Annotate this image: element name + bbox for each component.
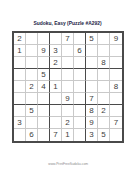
sudoku-page: Sudoku, Easy (Puzzle #A292) 275919362852… — [0, 0, 136, 176]
cell-r8c3 — [38, 117, 50, 129]
cell-r4c5 — [62, 69, 74, 81]
cell-r2c2 — [26, 45, 38, 57]
cell-r8c2 — [26, 117, 38, 129]
cell-r4c4 — [50, 69, 62, 81]
cell-r9c7: 3 — [86, 129, 98, 141]
cell-r3c5 — [62, 57, 74, 69]
cell-r5c7 — [86, 81, 98, 93]
cell-r5c2: 2 — [26, 81, 38, 93]
cell-r6c6 — [74, 93, 86, 105]
cell-r5c8 — [98, 81, 110, 93]
cell-r8c4 — [50, 117, 62, 129]
cell-r1c3 — [38, 33, 50, 45]
cell-r9c4: 7 — [50, 129, 62, 141]
cell-r5c3: 4 — [38, 81, 50, 93]
cell-r3c8: 8 — [98, 57, 110, 69]
cell-r4c9 — [110, 69, 122, 81]
cell-r9c1 — [14, 129, 26, 141]
sudoku-board: 27591936285241897582329767135 — [12, 31, 124, 143]
cell-r9c9 — [110, 129, 122, 141]
cell-r8c8 — [98, 117, 110, 129]
cell-r2c9 — [110, 45, 122, 57]
cell-r6c2 — [26, 93, 38, 105]
cell-r8c1: 3 — [14, 117, 26, 129]
cell-r5c9: 8 — [110, 81, 122, 93]
cell-r1c6 — [74, 33, 86, 45]
cell-r2c5 — [62, 45, 74, 57]
cell-r8c5: 2 — [62, 117, 74, 129]
cell-r7c1 — [14, 105, 26, 117]
cell-r4c2 — [26, 69, 38, 81]
cell-r3c6 — [74, 57, 86, 69]
cell-r8c6 — [74, 117, 86, 129]
cell-r7c5 — [62, 105, 74, 117]
cell-r4c1 — [14, 69, 26, 81]
cell-r4c6 — [74, 69, 86, 81]
cell-r2c4: 3 — [50, 45, 62, 57]
cell-r9c3 — [38, 129, 50, 141]
cell-r7c4 — [50, 105, 62, 117]
cell-r2c3: 9 — [38, 45, 50, 57]
cell-r7c6 — [74, 105, 86, 117]
cell-r5c4: 1 — [50, 81, 62, 93]
cell-r1c2 — [26, 33, 38, 45]
cell-r6c9 — [110, 93, 122, 105]
cell-r4c7 — [86, 69, 98, 81]
cell-r6c4 — [50, 93, 62, 105]
cell-r7c9 — [110, 105, 122, 117]
cell-r1c4 — [50, 33, 62, 45]
cell-r7c8: 2 — [98, 105, 110, 117]
cell-r9c8: 5 — [98, 129, 110, 141]
cell-r3c9 — [110, 57, 122, 69]
cell-r3c2 — [26, 57, 38, 69]
cell-r7c3 — [38, 105, 50, 117]
cell-r8c7: 9 — [86, 117, 98, 129]
cell-r1c5: 7 — [62, 33, 74, 45]
cell-r5c1 — [14, 81, 26, 93]
cell-r6c5: 9 — [62, 93, 74, 105]
cell-r6c7: 7 — [86, 93, 98, 105]
cell-r3c1 — [14, 57, 26, 69]
cell-r1c9: 9 — [110, 33, 122, 45]
cell-r4c8 — [98, 69, 110, 81]
page-title: Sudoku, Easy (Puzzle #A292) — [34, 21, 102, 26]
cell-r1c8 — [98, 33, 110, 45]
page-header: Sudoku, Easy (Puzzle #A292) — [0, 12, 136, 30]
cell-r2c7 — [86, 45, 98, 57]
cell-r9c2: 6 — [26, 129, 38, 141]
cell-r2c8 — [98, 45, 110, 57]
page-footer: www.PrintFreeSudoku.com — [0, 152, 136, 170]
cell-r7c2: 5 — [26, 105, 38, 117]
cell-r5c6 — [74, 81, 86, 93]
cell-r1c7: 5 — [86, 33, 98, 45]
cell-r3c4: 2 — [50, 57, 62, 69]
cell-r6c3 — [38, 93, 50, 105]
cell-r9c5: 1 — [62, 129, 74, 141]
cell-r9c6 — [74, 129, 86, 141]
cell-r6c1 — [14, 93, 26, 105]
cell-r2c1: 1 — [14, 45, 26, 57]
footer-url: www.PrintFreeSudoku.com — [48, 162, 88, 165]
cell-r7c7: 8 — [86, 105, 98, 117]
cell-r3c3 — [38, 57, 50, 69]
cell-r2c6: 6 — [74, 45, 86, 57]
cell-r1c1: 2 — [14, 33, 26, 45]
cell-r4c3: 5 — [38, 69, 50, 81]
cell-r5c5 — [62, 81, 74, 93]
cell-r3c7 — [86, 57, 98, 69]
cell-r8c9: 7 — [110, 117, 122, 129]
cell-r6c8 — [98, 93, 110, 105]
